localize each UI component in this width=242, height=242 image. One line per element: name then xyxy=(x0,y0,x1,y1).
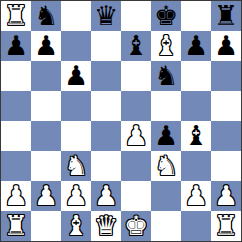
square-d1[interactable]: ♛ xyxy=(91,211,121,241)
piece-white-king[interactable]: ♚ xyxy=(124,211,148,241)
square-c6[interactable]: ♟ xyxy=(61,61,91,91)
square-e3[interactable] xyxy=(121,151,151,181)
piece-white-pawn[interactable]: ♟ xyxy=(124,121,148,151)
square-e7[interactable]: ♝ xyxy=(121,31,151,61)
piece-white-pawn[interactable]: ♟ xyxy=(4,181,28,211)
board-wrap: ♜♞♛♚♜♟♟♝♝♟♟♟♞♟♟♝♞♞♟♟♟♟♟♟♜♝♛♚♜ xyxy=(0,0,242,242)
square-f2[interactable] xyxy=(151,181,181,211)
square-f4[interactable]: ♟ xyxy=(151,121,181,151)
piece-black-rook[interactable]: ♜ xyxy=(214,1,238,31)
square-b3[interactable] xyxy=(31,151,61,181)
piece-white-pawn[interactable]: ♟ xyxy=(64,181,88,211)
square-c1[interactable]: ♝ xyxy=(61,211,91,241)
square-h6[interactable] xyxy=(211,61,241,91)
square-e4[interactable]: ♟ xyxy=(121,121,151,151)
square-b7[interactable]: ♟ xyxy=(31,31,61,61)
square-h8[interactable]: ♜ xyxy=(211,1,241,31)
square-d3[interactable] xyxy=(91,151,121,181)
square-d6[interactable] xyxy=(91,61,121,91)
piece-white-bishop[interactable]: ♝ xyxy=(154,31,178,61)
chess-board: ♜♞♛♚♜♟♟♝♝♟♟♟♞♟♟♝♞♞♟♟♟♟♟♟♜♝♛♚♜ xyxy=(0,0,242,242)
square-a4[interactable] xyxy=(1,121,31,151)
square-b5[interactable] xyxy=(31,91,61,121)
square-c4[interactable] xyxy=(61,121,91,151)
square-h7[interactable]: ♟ xyxy=(211,31,241,61)
square-e8[interactable] xyxy=(121,1,151,31)
square-g6[interactable] xyxy=(181,61,211,91)
square-g8[interactable] xyxy=(181,1,211,31)
piece-white-knight[interactable]: ♞ xyxy=(154,151,178,181)
square-a3[interactable] xyxy=(1,151,31,181)
square-b8[interactable]: ♞ xyxy=(31,1,61,31)
square-b1[interactable] xyxy=(31,211,61,241)
square-g5[interactable] xyxy=(181,91,211,121)
square-c2[interactable]: ♟ xyxy=(61,181,91,211)
piece-black-king[interactable]: ♚ xyxy=(154,1,178,31)
square-c8[interactable] xyxy=(61,1,91,31)
square-a7[interactable]: ♟ xyxy=(1,31,31,61)
piece-white-pawn[interactable]: ♟ xyxy=(94,181,118,211)
piece-black-bishop[interactable]: ♝ xyxy=(124,31,148,61)
square-h3[interactable] xyxy=(211,151,241,181)
square-a2[interactable]: ♟ xyxy=(1,181,31,211)
square-g1[interactable] xyxy=(181,211,211,241)
square-b6[interactable] xyxy=(31,61,61,91)
square-a6[interactable] xyxy=(1,61,31,91)
square-d7[interactable] xyxy=(91,31,121,61)
piece-white-queen[interactable]: ♛ xyxy=(94,211,118,241)
piece-black-pawn[interactable]: ♟ xyxy=(4,31,28,61)
square-d4[interactable] xyxy=(91,121,121,151)
square-d5[interactable] xyxy=(91,91,121,121)
square-e6[interactable] xyxy=(121,61,151,91)
square-a1[interactable]: ♜ xyxy=(1,211,31,241)
square-f1[interactable] xyxy=(151,211,181,241)
square-f5[interactable] xyxy=(151,91,181,121)
piece-white-rook[interactable]: ♜ xyxy=(4,1,28,31)
square-e1[interactable]: ♚ xyxy=(121,211,151,241)
piece-white-pawn[interactable]: ♟ xyxy=(34,181,58,211)
piece-white-rook[interactable]: ♜ xyxy=(214,211,238,241)
square-h5[interactable] xyxy=(211,91,241,121)
square-h2[interactable]: ♟ xyxy=(211,181,241,211)
piece-black-pawn[interactable]: ♟ xyxy=(184,31,208,61)
piece-white-pawn[interactable]: ♟ xyxy=(184,181,208,211)
square-f7[interactable]: ♝ xyxy=(151,31,181,61)
piece-black-bishop[interactable]: ♝ xyxy=(184,121,208,151)
piece-black-pawn[interactable]: ♟ xyxy=(64,61,88,91)
square-d8[interactable]: ♛ xyxy=(91,1,121,31)
piece-black-knight[interactable]: ♞ xyxy=(34,1,58,31)
piece-white-knight[interactable]: ♞ xyxy=(64,151,88,181)
square-g4[interactable]: ♝ xyxy=(181,121,211,151)
square-g3[interactable] xyxy=(181,151,211,181)
square-h1[interactable]: ♜ xyxy=(211,211,241,241)
square-e5[interactable] xyxy=(121,91,151,121)
square-c3[interactable]: ♞ xyxy=(61,151,91,181)
square-g2[interactable]: ♟ xyxy=(181,181,211,211)
piece-black-queen[interactable]: ♛ xyxy=(94,1,118,31)
square-b2[interactable]: ♟ xyxy=(31,181,61,211)
square-a5[interactable] xyxy=(1,91,31,121)
square-d2[interactable]: ♟ xyxy=(91,181,121,211)
piece-black-pawn[interactable]: ♟ xyxy=(34,31,58,61)
piece-black-knight[interactable]: ♞ xyxy=(154,61,178,91)
square-h4[interactable] xyxy=(211,121,241,151)
piece-white-bishop[interactable]: ♝ xyxy=(64,211,88,241)
square-f8[interactable]: ♚ xyxy=(151,1,181,31)
piece-white-pawn[interactable]: ♟ xyxy=(214,181,238,211)
square-g7[interactable]: ♟ xyxy=(181,31,211,61)
square-f6[interactable]: ♞ xyxy=(151,61,181,91)
square-c5[interactable] xyxy=(61,91,91,121)
square-f3[interactable]: ♞ xyxy=(151,151,181,181)
piece-black-pawn[interactable]: ♟ xyxy=(214,31,238,61)
square-e2[interactable] xyxy=(121,181,151,211)
square-b4[interactable] xyxy=(31,121,61,151)
piece-black-pawn[interactable]: ♟ xyxy=(154,121,178,151)
square-a8[interactable]: ♜ xyxy=(1,1,31,31)
piece-white-rook[interactable]: ♜ xyxy=(4,211,28,241)
square-c7[interactable] xyxy=(61,31,91,61)
